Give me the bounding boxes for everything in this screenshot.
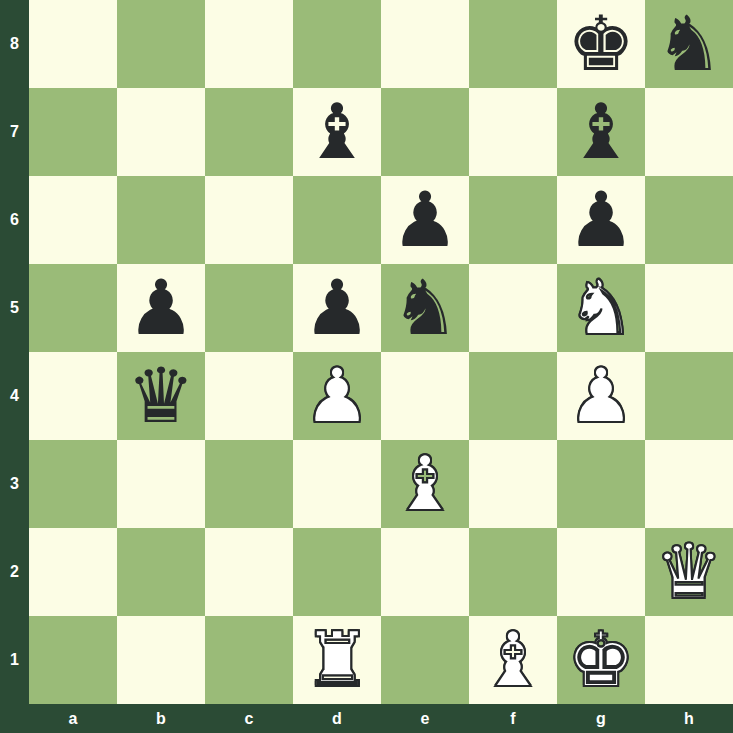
piece-black-pawn[interactable]: ♟ xyxy=(391,176,459,264)
square-c1[interactable] xyxy=(205,616,293,704)
piece-black-pawn[interactable]: ♟ xyxy=(127,264,195,352)
piece-white-rook[interactable]: ♜ xyxy=(303,616,371,704)
square-c8[interactable] xyxy=(205,0,293,88)
square-a8[interactable] xyxy=(29,0,117,88)
chess-board: 8♚♞7♝♝6♟♟5♟♟♞♞4♛♟♟3♝2♛1♜♝♚abcdefgh xyxy=(0,0,733,733)
piece-black-knight[interactable]: ♞ xyxy=(391,264,459,352)
square-h7[interactable] xyxy=(645,88,733,176)
square-b4[interactable]: ♛ xyxy=(117,352,205,440)
square-d1[interactable]: ♜ xyxy=(293,616,381,704)
square-h5[interactable] xyxy=(645,264,733,352)
piece-white-bishop[interactable]: ♝ xyxy=(479,616,547,704)
square-e6[interactable]: ♟ xyxy=(381,176,469,264)
piece-white-pawn[interactable]: ♟ xyxy=(567,352,635,440)
piece-white-knight[interactable]: ♞ xyxy=(567,264,635,352)
square-e7[interactable] xyxy=(381,88,469,176)
square-e1[interactable] xyxy=(381,616,469,704)
file-label-b: b xyxy=(117,704,205,733)
square-d2[interactable] xyxy=(293,528,381,616)
square-c2[interactable] xyxy=(205,528,293,616)
piece-white-bishop[interactable]: ♝ xyxy=(391,440,459,528)
square-d3[interactable] xyxy=(293,440,381,528)
square-f2[interactable] xyxy=(469,528,557,616)
square-b3[interactable] xyxy=(117,440,205,528)
rank-label-2: 2 xyxy=(0,528,29,616)
piece-white-pawn[interactable]: ♟ xyxy=(303,352,371,440)
rank-label-3: 3 xyxy=(0,440,29,528)
file-label-h: h xyxy=(645,704,733,733)
square-g6[interactable]: ♟ xyxy=(557,176,645,264)
rank-label-4: 4 xyxy=(0,352,29,440)
square-b7[interactable] xyxy=(117,88,205,176)
square-b5[interactable]: ♟ xyxy=(117,264,205,352)
piece-black-queen[interactable]: ♛ xyxy=(127,352,195,440)
square-h4[interactable] xyxy=(645,352,733,440)
rank-label-7: 7 xyxy=(0,88,29,176)
square-f8[interactable] xyxy=(469,0,557,88)
rank-label-1: 1 xyxy=(0,616,29,704)
square-e4[interactable] xyxy=(381,352,469,440)
square-d8[interactable] xyxy=(293,0,381,88)
square-c3[interactable] xyxy=(205,440,293,528)
piece-black-pawn[interactable]: ♟ xyxy=(567,176,635,264)
square-g3[interactable] xyxy=(557,440,645,528)
square-e5[interactable]: ♞ xyxy=(381,264,469,352)
square-d7[interactable]: ♝ xyxy=(293,88,381,176)
square-f7[interactable] xyxy=(469,88,557,176)
rank-label-8: 8 xyxy=(0,0,29,88)
square-f4[interactable] xyxy=(469,352,557,440)
square-f5[interactable] xyxy=(469,264,557,352)
square-b1[interactable] xyxy=(117,616,205,704)
square-e3[interactable]: ♝ xyxy=(381,440,469,528)
file-label-c: c xyxy=(205,704,293,733)
square-d6[interactable] xyxy=(293,176,381,264)
square-g4[interactable]: ♟ xyxy=(557,352,645,440)
square-d4[interactable]: ♟ xyxy=(293,352,381,440)
square-h1[interactable] xyxy=(645,616,733,704)
square-c6[interactable] xyxy=(205,176,293,264)
square-h3[interactable] xyxy=(645,440,733,528)
square-a7[interactable] xyxy=(29,88,117,176)
square-b8[interactable] xyxy=(117,0,205,88)
square-a3[interactable] xyxy=(29,440,117,528)
square-a5[interactable] xyxy=(29,264,117,352)
square-b6[interactable] xyxy=(117,176,205,264)
square-c4[interactable] xyxy=(205,352,293,440)
square-d5[interactable]: ♟ xyxy=(293,264,381,352)
file-label-a: a xyxy=(29,704,117,733)
piece-white-queen[interactable]: ♛ xyxy=(655,528,723,616)
rank-label-5: 5 xyxy=(0,264,29,352)
square-g5[interactable]: ♞ xyxy=(557,264,645,352)
square-c5[interactable] xyxy=(205,264,293,352)
corner-cell xyxy=(0,704,29,733)
square-h6[interactable] xyxy=(645,176,733,264)
square-g8[interactable]: ♚ xyxy=(557,0,645,88)
square-h2[interactable]: ♛ xyxy=(645,528,733,616)
square-g7[interactable]: ♝ xyxy=(557,88,645,176)
square-a1[interactable] xyxy=(29,616,117,704)
square-f3[interactable] xyxy=(469,440,557,528)
square-b2[interactable] xyxy=(117,528,205,616)
piece-black-pawn[interactable]: ♟ xyxy=(303,264,371,352)
square-g1[interactable]: ♚ xyxy=(557,616,645,704)
square-e2[interactable] xyxy=(381,528,469,616)
piece-black-bishop[interactable]: ♝ xyxy=(567,88,635,176)
rank-label-6: 6 xyxy=(0,176,29,264)
file-label-d: d xyxy=(293,704,381,733)
square-f6[interactable] xyxy=(469,176,557,264)
piece-white-king[interactable]: ♚ xyxy=(567,616,635,704)
square-g2[interactable] xyxy=(557,528,645,616)
file-label-f: f xyxy=(469,704,557,733)
file-label-e: e xyxy=(381,704,469,733)
square-a2[interactable] xyxy=(29,528,117,616)
piece-black-king[interactable]: ♚ xyxy=(567,0,635,88)
square-f1[interactable]: ♝ xyxy=(469,616,557,704)
square-c7[interactable] xyxy=(205,88,293,176)
square-a4[interactable] xyxy=(29,352,117,440)
piece-black-bishop[interactable]: ♝ xyxy=(303,88,371,176)
square-h8[interactable]: ♞ xyxy=(645,0,733,88)
square-e8[interactable] xyxy=(381,0,469,88)
piece-black-knight[interactable]: ♞ xyxy=(655,0,723,88)
file-label-g: g xyxy=(557,704,645,733)
square-a6[interactable] xyxy=(29,176,117,264)
